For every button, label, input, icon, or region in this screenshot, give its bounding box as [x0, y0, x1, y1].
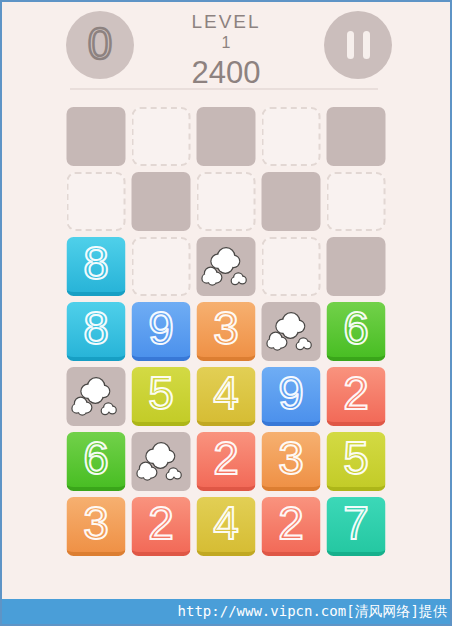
tile-number: 3 — [213, 305, 239, 351]
cell-r2c4 — [262, 172, 321, 231]
pause-icon — [363, 31, 370, 59]
cell-r1c4 — [262, 107, 321, 166]
tile-number: 6 — [343, 305, 369, 351]
tile-number: 5 — [343, 435, 369, 481]
cell-r2c5 — [327, 172, 386, 231]
cell-r3c3 — [197, 237, 256, 296]
tile-number: 8 — [83, 240, 109, 286]
cell-r5c1 — [67, 367, 126, 426]
tile-2-r7c2[interactable]: 2 — [132, 497, 191, 556]
cloud-icon — [263, 308, 315, 356]
tile-number: 2 — [278, 500, 304, 546]
cell-r2c2 — [132, 172, 191, 231]
tile-4-r7c3[interactable]: 4 — [197, 497, 256, 556]
tile-2-r7c4[interactable]: 2 — [262, 497, 321, 556]
cell-r4c4 — [262, 302, 321, 361]
cloud-icon — [68, 373, 120, 421]
cell-r3c2 — [132, 237, 191, 296]
tile-2-r5c5[interactable]: 2 — [327, 367, 386, 426]
tile-number: 6 — [83, 435, 109, 481]
tile-number: 3 — [83, 500, 109, 546]
tile-number: 9 — [278, 370, 304, 416]
tile-4-r5c3[interactable]: 4 — [197, 367, 256, 426]
tile-number: 2 — [213, 435, 239, 481]
cell-r2c3 — [197, 172, 256, 231]
cell-r6c2 — [132, 432, 191, 491]
tile-3-r4c3[interactable]: 3 — [197, 302, 256, 361]
cell-r3c4 — [262, 237, 321, 296]
header-divider — [70, 88, 378, 90]
tile-number: 2 — [148, 500, 174, 546]
tile-9-r4c2[interactable]: 9 — [132, 302, 191, 361]
game-board: 889365492623532427 — [67, 107, 386, 556]
tile-6-r4c5[interactable]: 6 — [327, 302, 386, 361]
cell-r1c3 — [197, 107, 256, 166]
tile-number: 5 — [148, 370, 174, 416]
tile-number: 2 — [343, 370, 369, 416]
watermark-text: http://www.vipcn.com[清风网络]提供 — [178, 603, 447, 621]
tile-3-r7c1[interactable]: 3 — [67, 497, 126, 556]
tile-number: 8 — [83, 305, 109, 351]
tile-8-r3c1[interactable]: 8 — [67, 237, 126, 296]
tile-8-r4c1[interactable]: 8 — [67, 302, 126, 361]
tile-number: 4 — [213, 370, 239, 416]
cell-r1c1 — [67, 107, 126, 166]
cell-r1c5 — [327, 107, 386, 166]
watermark-bar: http://www.vipcn.com[清风网络]提供 — [2, 599, 450, 624]
tile-number: 9 — [148, 305, 174, 351]
tile-2-r6c3[interactable]: 2 — [197, 432, 256, 491]
tile-3-r6c4[interactable]: 3 — [262, 432, 321, 491]
cell-r2c1 — [67, 172, 126, 231]
cell-r1c2 — [132, 107, 191, 166]
tile-number: 4 — [213, 500, 239, 546]
tile-9-r5c4[interactable]: 9 — [262, 367, 321, 426]
tile-number: 3 — [278, 435, 304, 481]
tile-5-r6c5[interactable]: 5 — [327, 432, 386, 491]
tile-7-r7c5[interactable]: 7 — [327, 497, 386, 556]
pause-icon — [347, 31, 354, 59]
pause-button[interactable] — [324, 11, 392, 79]
tile-number: 7 — [343, 500, 369, 546]
tile-6-r6c1[interactable]: 6 — [67, 432, 126, 491]
cell-r3c5 — [327, 237, 386, 296]
game-screen: 0 LEVEL 1 2400 889365492623532427 http:/… — [0, 0, 452, 626]
cloud-icon — [198, 243, 250, 291]
cloud-icon — [133, 438, 185, 486]
tile-5-r5c2[interactable]: 5 — [132, 367, 191, 426]
